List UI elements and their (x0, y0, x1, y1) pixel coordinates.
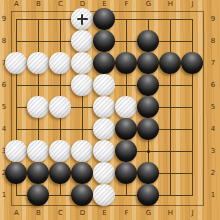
stone-black-B1[interactable] (27, 184, 49, 206)
stone-black-G8[interactable] (137, 30, 159, 52)
stone-white-E2[interactable] (93, 162, 115, 184)
intersection-J2[interactable] (181, 162, 203, 184)
intersection-F6[interactable] (115, 74, 137, 96)
intersection-C6[interactable] (49, 74, 71, 96)
stone-white-B3[interactable] (27, 140, 49, 162)
go-board: AA99BB88CC77DD66EE55FF44GG33HH22JJ11 (0, 0, 220, 220)
stone-white-B5[interactable] (27, 96, 49, 118)
column-label-bottom-E: E (99, 209, 110, 218)
last-move-marker (71, 8, 93, 30)
intersection-B9[interactable] (27, 8, 49, 30)
stone-black-F4[interactable] (115, 118, 137, 140)
intersection-C8[interactable] (49, 30, 71, 52)
stone-black-B2[interactable] (27, 162, 49, 184)
intersection-D5[interactable] (71, 96, 93, 118)
column-label-bottom-J: J (187, 209, 198, 218)
stone-white-A3[interactable] (5, 140, 27, 162)
stone-black-J7[interactable] (181, 52, 203, 74)
row-label-right-2: 2 (208, 169, 218, 178)
intersection-A4[interactable] (5, 118, 27, 140)
row-label-right-5: 5 (208, 103, 218, 112)
intersection-C1[interactable] (49, 184, 71, 206)
intersection-B4[interactable] (27, 118, 49, 140)
row-label-right-3: 3 (208, 147, 218, 156)
stone-black-G7[interactable] (137, 52, 159, 74)
stone-black-G5[interactable] (137, 96, 159, 118)
stone-black-G2[interactable] (137, 162, 159, 184)
intersection-C9[interactable] (49, 8, 71, 30)
stone-black-F7[interactable] (115, 52, 137, 74)
row-label-right-8: 8 (208, 37, 218, 46)
intersection-A8[interactable] (5, 30, 27, 52)
stone-black-A2[interactable] (5, 162, 27, 184)
intersection-J4[interactable] (181, 118, 203, 140)
intersection-G9[interactable] (137, 8, 159, 30)
stone-black-E7[interactable] (93, 52, 115, 74)
last-move-cross-vertical-bar (81, 14, 83, 25)
intersection-A6[interactable] (5, 74, 27, 96)
stone-black-G6[interactable] (137, 74, 159, 96)
stone-black-E8[interactable] (93, 30, 115, 52)
stone-white-D6[interactable] (71, 74, 93, 96)
row-label-right-1: 1 (208, 191, 218, 200)
stone-white-B7[interactable] (27, 52, 49, 74)
column-label-bottom-F: F (121, 209, 132, 218)
intersection-H4[interactable] (159, 118, 181, 140)
intersection-J5[interactable] (181, 96, 203, 118)
intersection-A1[interactable] (5, 184, 27, 206)
intersection-G3[interactable] (137, 140, 159, 162)
row-label-right-7: 7 (208, 59, 218, 68)
row-label-right-4: 4 (208, 125, 218, 134)
stone-white-C5[interactable] (49, 96, 71, 118)
column-label-bottom-H: H (165, 209, 176, 218)
column-label-bottom-D: D (77, 209, 88, 218)
intersection-H6[interactable] (159, 74, 181, 96)
intersection-H1[interactable] (159, 184, 181, 206)
intersection-H9[interactable] (159, 8, 181, 30)
stone-black-G4[interactable] (137, 118, 159, 140)
stone-white-A7[interactable] (5, 52, 27, 74)
intersection-B8[interactable] (27, 30, 49, 52)
stone-white-E5[interactable] (93, 96, 115, 118)
intersection-F9[interactable] (115, 8, 137, 30)
stone-white-E3[interactable] (93, 140, 115, 162)
stone-white-E1[interactable] (93, 184, 115, 206)
intersection-F1[interactable] (115, 184, 137, 206)
column-label-bottom-A: A (11, 209, 22, 218)
stone-white-F5[interactable] (115, 96, 137, 118)
stone-white-E6[interactable] (93, 74, 115, 96)
stone-black-G1[interactable] (137, 184, 159, 206)
stone-black-E9[interactable] (93, 8, 115, 30)
stone-black-C2[interactable] (49, 162, 71, 184)
intersection-H2[interactable] (159, 162, 181, 184)
stone-white-E4[interactable] (93, 118, 115, 140)
row-label-right-9: 9 (208, 15, 218, 24)
stone-black-D1[interactable] (71, 184, 93, 206)
stone-white-C3[interactable] (49, 140, 71, 162)
stone-black-D2[interactable] (71, 162, 93, 184)
intersection-A5[interactable] (5, 96, 27, 118)
row-label-right-6: 6 (208, 81, 218, 90)
column-label-bottom-G: G (143, 209, 154, 218)
intersection-J6[interactable] (181, 74, 203, 96)
intersection-B6[interactable] (27, 74, 49, 96)
column-label-bottom-B: B (33, 209, 44, 218)
intersection-J3[interactable] (181, 140, 203, 162)
stone-black-F3[interactable] (115, 140, 137, 162)
intersection-F8[interactable] (115, 30, 137, 52)
intersection-D4[interactable] (71, 118, 93, 140)
intersection-C4[interactable] (49, 118, 71, 140)
stone-black-H7[interactable] (159, 52, 181, 74)
column-label-bottom-C: C (55, 209, 66, 218)
intersection-H3[interactable] (159, 140, 181, 162)
stone-white-D7[interactable] (71, 52, 93, 74)
intersection-J9[interactable] (181, 8, 203, 30)
intersection-H5[interactable] (159, 96, 181, 118)
stone-white-C7[interactable] (49, 52, 71, 74)
stone-white-D3[interactable] (71, 140, 93, 162)
stone-black-F2[interactable] (115, 162, 137, 184)
intersection-J1[interactable] (181, 184, 203, 206)
intersection-A9[interactable] (5, 8, 27, 30)
stone-white-D8[interactable] (71, 30, 93, 52)
intersection-H8[interactable] (159, 30, 181, 52)
intersection-J8[interactable] (181, 30, 203, 52)
